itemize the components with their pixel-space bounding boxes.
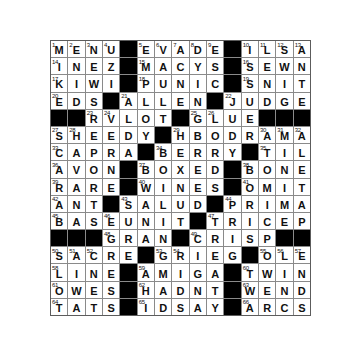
clue-number: 64	[52, 299, 58, 305]
cell-r2c12[interactable]: 16S	[242, 58, 258, 74]
cell-r7c9[interactable]: R	[190, 144, 206, 160]
cell-r7c13[interactable]: 35T	[259, 144, 275, 160]
cell-r2c10[interactable]: S	[207, 58, 223, 74]
cell-r3c14[interactable]: I	[276, 75, 292, 91]
cell-r6c10[interactable]: O	[207, 127, 223, 143]
cell-r16c8[interactable]: S	[172, 299, 188, 315]
cell-r13c2[interactable]: 51A	[68, 247, 84, 263]
block-r5c14	[276, 110, 292, 126]
cell-r4c1[interactable]: 20E	[51, 93, 67, 109]
cell-letter: I	[58, 62, 61, 73]
block-r6c7	[155, 127, 171, 143]
cell-letter: Y	[194, 62, 201, 73]
cell-r7c1[interactable]: 33C	[51, 144, 67, 160]
clue-number: 48	[104, 231, 110, 237]
cell-r7c2[interactable]: A	[68, 144, 84, 160]
cell-r13c1[interactable]: 50S	[51, 247, 67, 263]
cell-r3c15[interactable]: T	[294, 75, 310, 91]
cell-letter: D	[73, 97, 81, 108]
cell-r1c6[interactable]: 5E	[138, 41, 154, 57]
clue-number: 3	[87, 42, 90, 48]
cell-r13c11[interactable]: G	[224, 247, 240, 263]
cell-r6c12[interactable]: R	[242, 127, 258, 143]
cell-r14c15[interactable]: N	[294, 264, 310, 280]
clue-number: 26	[208, 110, 214, 116]
cell-r6c9[interactable]: B	[190, 127, 206, 143]
cell-r16c2[interactable]: A	[68, 299, 84, 315]
cell-r9c3[interactable]: R	[86, 179, 102, 195]
cell-letter: A	[159, 286, 167, 297]
cell-r8c6[interactable]: 37B	[138, 161, 154, 177]
cell-letter: I	[110, 79, 113, 90]
cell-r2c7[interactable]: A	[155, 58, 171, 74]
clue-number: 16	[243, 59, 249, 65]
cell-letter: R	[125, 234, 133, 245]
block-r12c1	[51, 230, 67, 246]
cell-r8c13[interactable]: O	[259, 161, 275, 177]
clue-number: 37	[139, 162, 145, 168]
cell-r8c2[interactable]: V	[68, 161, 84, 177]
cell-r9c9[interactable]: E	[190, 179, 206, 195]
cell-r16c14[interactable]: C	[276, 299, 292, 315]
cell-r12c12[interactable]: S	[242, 230, 258, 246]
cell-r15c4[interactable]: S	[103, 282, 119, 298]
cell-letter: W	[279, 62, 289, 73]
cell-r8c4[interactable]: N	[103, 161, 119, 177]
cell-r11c12[interactable]: I	[242, 213, 258, 229]
cell-r14c14[interactable]: I	[276, 264, 292, 280]
cell-r11c4[interactable]: 46E	[103, 213, 119, 229]
cell-r8c1[interactable]: 36A	[51, 161, 67, 177]
cell-r12c5[interactable]: R	[120, 230, 136, 246]
cell-r9c7[interactable]: I	[155, 179, 171, 195]
cell-r3c10[interactable]: C	[207, 75, 223, 91]
cell-r9c8[interactable]: N	[172, 179, 188, 195]
cell-r4c5[interactable]: 21A	[120, 93, 136, 109]
cell-r7c3[interactable]: P	[86, 144, 102, 160]
clue-number: 7	[173, 42, 176, 48]
cell-r15c1[interactable]: 61O	[51, 282, 67, 298]
cell-r3c2[interactable]: I	[68, 75, 84, 91]
cell-r9c4[interactable]: E	[103, 179, 119, 195]
cell-r7c10[interactable]: R	[207, 144, 223, 160]
cell-r3c13[interactable]: N	[259, 75, 275, 91]
cell-r11c3[interactable]: S	[86, 213, 102, 229]
cell-r11c1[interactable]: 45B	[51, 213, 67, 229]
cell-r12c7[interactable]: N	[155, 230, 171, 246]
cell-r1c3[interactable]: 3N	[86, 41, 102, 57]
cell-r5c3[interactable]: 23R	[86, 110, 102, 126]
cell-r2c13[interactable]: E	[259, 58, 275, 74]
cell-letter: E	[298, 97, 305, 108]
cell-letter: I	[75, 269, 78, 280]
cell-r10c12[interactable]: R	[242, 196, 258, 212]
cell-r3c8[interactable]: N	[172, 75, 188, 91]
cell-r16c4[interactable]: S	[103, 299, 119, 315]
cell-r13c7[interactable]: 53G	[155, 247, 171, 263]
cell-letter: I	[162, 183, 165, 194]
cell-r12c4[interactable]: 48G	[103, 230, 119, 246]
cell-letter: E	[281, 217, 288, 228]
cell-r11c15[interactable]: P	[294, 213, 310, 229]
cell-r6c13[interactable]: 30A	[259, 127, 275, 143]
cell-r8c8[interactable]: X	[172, 161, 188, 177]
clue-number: 62	[139, 282, 145, 288]
cell-r14c10[interactable]: A	[207, 264, 223, 280]
cell-r9c14[interactable]: I	[276, 179, 292, 195]
cell-r7c11[interactable]: Y	[224, 144, 240, 160]
cell-r16c1[interactable]: 64T	[51, 299, 67, 315]
cell-r10c6[interactable]: A	[138, 196, 154, 212]
cell-r13c4[interactable]: R	[103, 247, 119, 263]
cell-r2c2[interactable]: N	[68, 58, 84, 74]
cell-r3c3[interactable]: W	[86, 75, 102, 91]
block-r12c2	[68, 230, 84, 246]
cell-r16c7[interactable]: D	[155, 299, 171, 315]
cell-r15c14[interactable]: N	[276, 282, 292, 298]
cell-r5c9[interactable]: 25G	[190, 110, 206, 126]
cell-r14c3[interactable]: N	[86, 264, 102, 280]
cell-letter: U	[107, 45, 115, 56]
clue-number: 29	[173, 127, 179, 133]
clue-number: 47	[208, 213, 214, 219]
cell-r5c5[interactable]: L	[120, 110, 136, 126]
cell-letter: A	[194, 303, 202, 314]
cell-letter: E	[177, 97, 184, 108]
cell-r8c7[interactable]: O	[155, 161, 171, 177]
cell-r12c6[interactable]: A	[138, 230, 154, 246]
cell-r6c15[interactable]: 32A	[294, 127, 310, 143]
cell-r15c6[interactable]: 62H	[138, 282, 154, 298]
block-r11c9	[190, 213, 206, 229]
cell-r1c10[interactable]: 9E	[207, 41, 223, 57]
clue-number: 55	[260, 248, 266, 254]
block-r4c10	[207, 93, 223, 109]
cell-r4c3[interactable]: S	[86, 93, 102, 109]
cell-r11c5[interactable]: U	[120, 213, 136, 229]
cell-r8c12[interactable]: 38B	[242, 161, 258, 177]
cell-letter: L	[160, 200, 167, 211]
cell-r15c12[interactable]: 63W	[242, 282, 258, 298]
clue-number: 40	[139, 179, 145, 185]
cell-r13c14[interactable]: 56L	[276, 247, 292, 263]
cell-r10c8[interactable]: U	[172, 196, 188, 212]
cell-r11c6[interactable]: N	[138, 213, 154, 229]
cell-r2c15[interactable]: N	[294, 58, 310, 74]
cell-letter: N	[159, 234, 167, 245]
cell-r7c14[interactable]: I	[276, 144, 292, 160]
cell-r14c2[interactable]: I	[68, 264, 84, 280]
cell-r14c13[interactable]: W	[259, 264, 275, 280]
cell-r2c3[interactable]: E	[86, 58, 102, 74]
cell-r6c11[interactable]: D	[224, 127, 240, 143]
clue-number: 61	[52, 282, 58, 288]
cell-letter: G	[194, 269, 203, 280]
cell-r5c7[interactable]: T	[155, 110, 171, 126]
clue-number: 18	[139, 76, 145, 82]
cell-letter: R	[107, 148, 115, 159]
cell-r9c2[interactable]: A	[68, 179, 84, 195]
cell-r15c15[interactable]: D	[294, 282, 310, 298]
cell-r3c6[interactable]: 18P	[138, 75, 154, 91]
cell-r4c13[interactable]: D	[259, 93, 275, 109]
cell-r16c9[interactable]: A	[190, 299, 206, 315]
cell-r4c15[interactable]: E	[294, 93, 310, 109]
cell-letter: I	[283, 79, 286, 90]
cell-r11c14[interactable]: E	[276, 213, 292, 229]
cell-letter: U	[177, 200, 185, 211]
cell-letter: I	[283, 269, 286, 280]
cell-letter: D	[194, 45, 202, 56]
cell-r6c1[interactable]: 27S	[51, 127, 67, 143]
clue-number: 11	[260, 42, 266, 48]
cell-r1c14[interactable]: 12S	[276, 41, 292, 57]
cell-r14c6[interactable]: 59A	[138, 264, 154, 280]
cell-letter: D	[194, 200, 202, 211]
cell-r9c15[interactable]: T	[294, 179, 310, 195]
cell-r9c13[interactable]: M	[259, 179, 275, 195]
cell-r2c8[interactable]: C	[172, 58, 188, 74]
cell-r10c11[interactable]: 44P	[224, 196, 240, 212]
cell-r8c10[interactable]: D	[207, 161, 223, 177]
cell-letter: D	[229, 131, 237, 142]
cell-r8c9[interactable]: E	[190, 161, 206, 177]
cell-r12c13[interactable]: P	[259, 230, 275, 246]
cell-letter: D	[125, 131, 133, 142]
cell-r14c12[interactable]: 60T	[242, 264, 258, 280]
cell-letter: C	[211, 79, 219, 90]
clue-number: 59	[139, 265, 145, 271]
block-r12c14	[276, 230, 292, 246]
cell-r11c7[interactable]: I	[155, 213, 171, 229]
cell-r7c15[interactable]: L	[294, 144, 310, 160]
cell-r7c8[interactable]: E	[172, 144, 188, 160]
cell-r4c7[interactable]: L	[155, 93, 171, 109]
cell-r5c11[interactable]: U	[224, 110, 240, 126]
cell-r7c5[interactable]: A	[120, 144, 136, 160]
cell-r1c15[interactable]: 13A	[294, 41, 310, 57]
cell-r11c11[interactable]: R	[224, 213, 240, 229]
clue-number: 5	[139, 42, 142, 48]
cell-r12c10[interactable]: R	[207, 230, 223, 246]
cell-letter: N	[263, 79, 271, 90]
cell-r6c8[interactable]: 29H	[172, 127, 188, 143]
cell-r4c2[interactable]: D	[68, 93, 84, 109]
cell-r14c1[interactable]: 58L	[51, 264, 67, 280]
cell-letter: N	[298, 62, 306, 73]
cell-r16c15[interactable]: S	[294, 299, 310, 315]
cell-r1c1[interactable]: 1M	[51, 41, 67, 57]
cell-r5c10[interactable]: 26L	[207, 110, 223, 126]
cell-r8c14[interactable]: N	[276, 161, 292, 177]
cell-r12c9[interactable]: 49C	[190, 230, 206, 246]
block-r13c6	[138, 247, 154, 263]
cell-r1c12[interactable]: 10I	[242, 41, 258, 57]
cell-r2c4[interactable]: Z	[103, 58, 119, 74]
clue-number: 65	[139, 299, 145, 305]
cell-r10c7[interactable]: L	[155, 196, 171, 212]
cell-r11c2[interactable]: A	[68, 213, 84, 229]
cell-r13c13[interactable]: 55O	[259, 247, 275, 263]
cell-letter: R	[211, 234, 219, 245]
cell-letter: Y	[211, 303, 218, 314]
cell-r10c2[interactable]: N	[68, 196, 84, 212]
cell-r14c7[interactable]: M	[155, 264, 171, 280]
cell-letter: T	[298, 183, 305, 194]
cell-r13c3[interactable]: 52C	[86, 247, 102, 263]
cell-letter: N	[107, 165, 115, 176]
cell-r9c1[interactable]: 39R	[51, 179, 67, 195]
cell-letter: A	[142, 234, 150, 245]
cell-r4c12[interactable]: U	[242, 93, 258, 109]
cell-r4c14[interactable]: G	[276, 93, 292, 109]
cell-r16c13[interactable]: R	[259, 299, 275, 315]
clue-number: 38	[243, 162, 249, 168]
cell-r1c7[interactable]: 6V	[155, 41, 171, 57]
block-r7c6	[138, 144, 154, 160]
clue-number: 44	[225, 196, 231, 202]
cell-r13c15[interactable]: 57E	[294, 247, 310, 263]
cell-r8c3[interactable]: O	[86, 161, 102, 177]
cell-letter: A	[177, 45, 185, 56]
cell-r16c10[interactable]: Y	[207, 299, 223, 315]
cell-letter: S	[90, 97, 97, 108]
cell-r3c12[interactable]: 19S	[242, 75, 258, 91]
cell-r6c14[interactable]: 31M	[276, 127, 292, 143]
cell-r14c4[interactable]: E	[103, 264, 119, 280]
cell-r2c14[interactable]: W	[276, 58, 292, 74]
cell-r9c10[interactable]: S	[207, 179, 223, 195]
cell-r7c4[interactable]: R	[103, 144, 119, 160]
cell-r6c6[interactable]: Y	[138, 127, 154, 143]
cell-r14c8[interactable]: I	[172, 264, 188, 280]
cell-r13c5[interactable]: E	[120, 247, 136, 263]
cell-r6c3[interactable]: E	[86, 127, 102, 143]
cell-letter: E	[194, 165, 201, 176]
cell-letter: E	[211, 251, 218, 262]
cell-r15c9[interactable]: N	[190, 282, 206, 298]
block-r9c11	[224, 179, 240, 195]
cell-r4c11[interactable]: 22J	[224, 93, 240, 109]
cell-r16c3[interactable]: T	[86, 299, 102, 315]
cell-r15c10[interactable]: T	[207, 282, 223, 298]
cell-r5c4[interactable]: 24V	[103, 110, 119, 126]
cell-r4c8[interactable]: E	[172, 93, 188, 109]
cell-r15c2[interactable]: W	[68, 282, 84, 298]
cell-r5c12[interactable]: E	[242, 110, 258, 126]
cell-r3c7[interactable]: U	[155, 75, 171, 91]
cell-r1c4[interactable]: 4U	[103, 41, 119, 57]
block-r8c11	[224, 161, 240, 177]
cell-letter: T	[177, 217, 184, 228]
cell-letter: D	[211, 165, 219, 176]
cell-r2c1[interactable]: 14I	[51, 58, 67, 74]
cell-r10c14[interactable]: M	[276, 196, 292, 212]
cell-r4c9[interactable]: N	[190, 93, 206, 109]
block-r2c5	[120, 58, 136, 74]
block-r16c5	[120, 299, 136, 315]
cell-r11c13[interactable]: C	[259, 213, 275, 229]
cell-r13c9[interactable]: I	[190, 247, 206, 263]
cell-r9c6[interactable]: 40W	[138, 179, 154, 195]
cell-r1c9[interactable]: 8D	[190, 41, 206, 57]
cell-r3c1[interactable]: 17K	[51, 75, 67, 91]
cell-r15c7[interactable]: A	[155, 282, 171, 298]
cell-letter: P	[90, 148, 97, 159]
cell-r3c9[interactable]: I	[190, 75, 206, 91]
block-r16c11	[224, 299, 240, 315]
cell-r11c8[interactable]: T	[172, 213, 188, 229]
cell-letter: A	[298, 200, 306, 211]
cell-r7c7[interactable]: 34B	[155, 144, 171, 160]
cell-r10c5[interactable]: 43S	[120, 196, 136, 212]
cell-r4c6[interactable]: L	[138, 93, 154, 109]
cell-letter: E	[107, 269, 114, 280]
clue-number: 4	[104, 42, 107, 48]
cell-r13c8[interactable]: 54R	[172, 247, 188, 263]
cell-letter: P	[298, 217, 305, 228]
cell-r12c11[interactable]: I	[224, 230, 240, 246]
cell-r6c4[interactable]: E	[103, 127, 119, 143]
clue-number: 24	[104, 110, 110, 116]
crossword-board: 1M2E3N4U5E6V7A8D9E10I11L12S13A14INEZ15MA…	[50, 40, 311, 316]
cell-letter: W	[262, 269, 272, 280]
clue-number: 39	[52, 179, 58, 185]
cell-r15c3[interactable]: E	[86, 282, 102, 298]
block-r8c5	[120, 161, 136, 177]
cell-letter: N	[281, 286, 289, 297]
cell-letter: R	[229, 217, 237, 228]
block-r9c5	[120, 179, 136, 195]
cell-r16c12[interactable]: 66A	[242, 299, 258, 315]
cell-r1c2[interactable]: 2E	[68, 41, 84, 57]
cell-r14c9[interactable]: G	[190, 264, 206, 280]
cell-r6c5[interactable]: D	[120, 127, 136, 143]
block-r5c2	[68, 110, 84, 126]
cell-letter: Z	[108, 62, 115, 73]
cell-r10c15[interactable]: A	[294, 196, 310, 212]
cell-r3c4[interactable]: I	[103, 75, 119, 91]
cell-letter: M	[263, 183, 272, 194]
cell-letter: V	[159, 45, 166, 56]
cell-letter: E	[107, 131, 114, 142]
cell-r2c9[interactable]: Y	[190, 58, 206, 74]
cell-r13c10[interactable]: E	[207, 247, 223, 263]
cell-r5c6[interactable]: O	[138, 110, 154, 126]
cell-r6c2[interactable]: 28H	[68, 127, 84, 143]
cell-r10c1[interactable]: 42A	[51, 196, 67, 212]
cell-r10c3[interactable]: T	[86, 196, 102, 212]
cell-r8c15[interactable]: E	[294, 161, 310, 177]
clue-number: 33	[52, 145, 58, 151]
cell-r15c13[interactable]: E	[259, 282, 275, 298]
cell-letter: E	[263, 286, 270, 297]
cell-r15c8[interactable]: D	[172, 282, 188, 298]
cell-r1c8[interactable]: 7A	[172, 41, 188, 57]
cell-letter: N	[90, 45, 98, 56]
cell-r1c13[interactable]: 11L	[259, 41, 275, 57]
cell-r9c12[interactable]: 41O	[242, 179, 258, 195]
cell-r16c6[interactable]: 65I	[138, 299, 154, 315]
cell-letter: C	[281, 303, 289, 314]
cell-letter: T	[90, 303, 97, 314]
cell-r10c9[interactable]: D	[190, 196, 206, 212]
cell-r11c10[interactable]: 47T	[207, 213, 223, 229]
cell-letter: M	[280, 200, 289, 211]
cell-letter: L	[298, 148, 305, 159]
cell-r2c6[interactable]: 15M	[138, 58, 154, 74]
cell-r10c13[interactable]: I	[259, 196, 275, 212]
